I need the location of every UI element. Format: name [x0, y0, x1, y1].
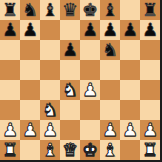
- black-knight: ♞: [22, 0, 38, 20]
- black-pawn: ♟: [22, 20, 38, 40]
- square-b6[interactable]: [20, 40, 40, 60]
- square-h6[interactable]: [140, 40, 160, 60]
- square-g1[interactable]: [120, 140, 140, 160]
- square-e5[interactable]: [80, 60, 100, 80]
- square-h4[interactable]: [140, 80, 160, 100]
- chess-board-grid: ♜♞♝♛♚♝♜♟♟♟♟♟♟♟♞♞♟♞♟♟♟♟♟♟♜♝♛♚♝♜: [0, 0, 162, 162]
- square-c5[interactable]: [40, 60, 60, 80]
- square-e3[interactable]: [80, 100, 100, 120]
- white-pawn: ♟: [2, 120, 18, 140]
- square-f1[interactable]: ♝: [100, 140, 120, 160]
- square-d8[interactable]: ♛: [60, 0, 80, 20]
- square-a5[interactable]: [0, 60, 20, 80]
- white-pawn: ♟: [102, 120, 118, 140]
- black-bishop: ♝: [102, 0, 118, 20]
- black-bishop: ♝: [42, 0, 58, 20]
- square-a7[interactable]: ♟: [0, 20, 20, 40]
- square-c2[interactable]: ♟: [40, 120, 60, 140]
- square-g2[interactable]: ♟: [120, 120, 140, 140]
- square-b5[interactable]: [20, 60, 40, 80]
- black-rook: ♜: [142, 0, 158, 20]
- square-a2[interactable]: ♟: [0, 120, 20, 140]
- square-c6[interactable]: [40, 40, 60, 60]
- square-g5[interactable]: [120, 60, 140, 80]
- white-bishop: ♝: [42, 140, 58, 160]
- square-b2[interactable]: ♟: [20, 120, 40, 140]
- white-pawn: ♟: [82, 80, 98, 100]
- white-king: ♚: [82, 140, 98, 160]
- square-a3[interactable]: [0, 100, 20, 120]
- square-h3[interactable]: [140, 100, 160, 120]
- square-h8[interactable]: ♜: [140, 0, 160, 20]
- square-f5[interactable]: [100, 60, 120, 80]
- square-d5[interactable]: [60, 60, 80, 80]
- square-d2[interactable]: [60, 120, 80, 140]
- square-g4[interactable]: [120, 80, 140, 100]
- black-pawn: ♟: [142, 20, 158, 40]
- square-e7[interactable]: ♟: [80, 20, 100, 40]
- black-knight: ♞: [102, 40, 118, 60]
- black-pawn: ♟: [2, 20, 18, 40]
- square-d6[interactable]: ♟: [60, 40, 80, 60]
- white-rook: ♜: [142, 140, 158, 160]
- white-pawn: ♟: [122, 120, 138, 140]
- square-b4[interactable]: [20, 80, 40, 100]
- square-f2[interactable]: ♟: [100, 120, 120, 140]
- square-c4[interactable]: [40, 80, 60, 100]
- white-rook: ♜: [2, 140, 18, 160]
- square-g6[interactable]: [120, 40, 140, 60]
- square-a4[interactable]: [0, 80, 20, 100]
- square-e2[interactable]: [80, 120, 100, 140]
- square-c3[interactable]: ♞: [40, 100, 60, 120]
- black-pawn: ♟: [82, 20, 98, 40]
- square-b8[interactable]: ♞: [20, 0, 40, 20]
- square-b7[interactable]: ♟: [20, 20, 40, 40]
- white-bishop: ♝: [102, 140, 118, 160]
- square-d7[interactable]: [60, 20, 80, 40]
- square-a8[interactable]: ♜: [0, 0, 20, 20]
- square-e1[interactable]: ♚: [80, 140, 100, 160]
- square-a1[interactable]: ♜: [0, 140, 20, 160]
- square-e8[interactable]: ♚: [80, 0, 100, 20]
- square-d3[interactable]: [60, 100, 80, 120]
- square-f4[interactable]: [100, 80, 120, 100]
- square-c7[interactable]: [40, 20, 60, 40]
- square-g8[interactable]: [120, 0, 140, 20]
- square-c8[interactable]: ♝: [40, 0, 60, 20]
- square-d1[interactable]: ♛: [60, 140, 80, 160]
- square-g3[interactable]: [120, 100, 140, 120]
- square-e4[interactable]: ♟: [80, 80, 100, 100]
- square-f8[interactable]: ♝: [100, 0, 120, 20]
- square-f7[interactable]: ♟: [100, 20, 120, 40]
- white-pawn: ♟: [22, 120, 38, 140]
- square-f6[interactable]: ♞: [100, 40, 120, 60]
- white-pawn: ♟: [142, 120, 158, 140]
- black-pawn: ♟: [102, 20, 118, 40]
- square-h1[interactable]: ♜: [140, 140, 160, 160]
- white-knight: ♞: [62, 80, 78, 100]
- square-a6[interactable]: [0, 40, 20, 60]
- white-pawn: ♟: [42, 120, 58, 140]
- square-e6[interactable]: [80, 40, 100, 60]
- chess-board: ♜♞♝♛♚♝♜♟♟♟♟♟♟♟♞♞♟♞♟♟♟♟♟♟♜♝♛♚♝♜: [0, 0, 162, 162]
- square-b1[interactable]: [20, 140, 40, 160]
- black-rook: ♜: [2, 0, 18, 20]
- black-king: ♚: [82, 0, 98, 20]
- square-f3[interactable]: [100, 100, 120, 120]
- square-c1[interactable]: ♝: [40, 140, 60, 160]
- square-h7[interactable]: ♟: [140, 20, 160, 40]
- square-d4[interactable]: ♞: [60, 80, 80, 100]
- black-pawn: ♟: [122, 20, 138, 40]
- white-queen: ♛: [62, 140, 78, 160]
- square-b3[interactable]: [20, 100, 40, 120]
- square-g7[interactable]: ♟: [120, 20, 140, 40]
- square-h2[interactable]: ♟: [140, 120, 160, 140]
- black-pawn: ♟: [62, 40, 78, 60]
- black-queen: ♛: [62, 0, 78, 20]
- white-knight: ♞: [42, 100, 58, 120]
- square-h5[interactable]: [140, 60, 160, 80]
